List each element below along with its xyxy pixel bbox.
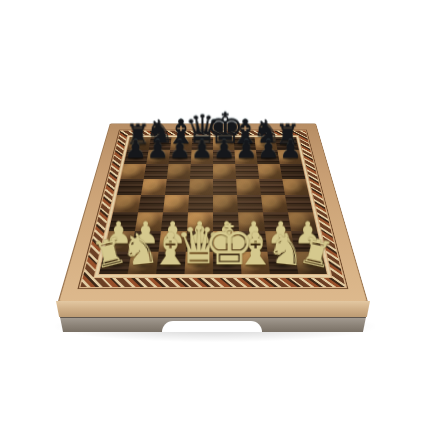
piece-white-bishop-f1: ♝ — [232, 227, 279, 272]
square-d6 — [190, 164, 213, 179]
piece-white-pawn-f2: ♟ — [231, 218, 276, 248]
piece-shadow — [269, 240, 290, 247]
square-b6 — [144, 164, 169, 179]
square-f6 — [235, 164, 259, 179]
piece-white-queen-d1: ♛ — [175, 220, 222, 272]
square-b8 — [149, 137, 172, 150]
piece-white-pawn-b2: ♟ — [123, 218, 168, 248]
square-c8 — [170, 137, 192, 150]
piece-white-rook-h1: ♜ — [289, 230, 343, 276]
piece-shadow — [244, 262, 266, 270]
perspective-wrapper: ♜♞♝♛♚♝♞♜♟♟♟♟♟♟♟♟♟♟♟♟♟♟♟♟♜♞♝♛♚♝♞♜ — [0, 0, 430, 430]
piece-white-pawn-c2: ♟ — [150, 218, 195, 248]
piece-shadow — [109, 240, 130, 247]
square-e8 — [213, 137, 234, 150]
square-f8 — [234, 137, 256, 150]
square-e6 — [213, 164, 236, 179]
chess-board: ♜♞♝♛♚♝♞♜♟♟♟♟♟♟♟♟♟♟♟♟♟♟♟♟♜♞♝♛♚♝♞♜ — [57, 123, 368, 303]
square-h6 — [280, 164, 306, 179]
piece-shadow — [272, 262, 294, 270]
piece-shadow — [216, 262, 237, 270]
piece-white-pawn-h2: ♟ — [285, 218, 330, 248]
box-lid-edge — [56, 301, 370, 317]
piece-white-pawn-d2: ♟ — [177, 218, 222, 248]
square-h7 — [277, 150, 302, 164]
square-d5 — [189, 179, 213, 195]
square-a8 — [127, 137, 151, 150]
chess-set-photo: ♜♞♝♛♚♝♞♜♟♟♟♟♟♟♟♟♟♟♟♟♟♟♟♟♜♞♝♛♚♝♞♜ — [0, 0, 430, 430]
piece-shadow — [243, 240, 264, 247]
piece-white-bishop-c1: ♝ — [147, 227, 194, 272]
square-g8 — [254, 137, 277, 150]
piece-white-knight-b1: ♞ — [114, 226, 165, 273]
square-e7 — [213, 150, 235, 164]
square-h5 — [282, 179, 309, 195]
piece-shadow — [300, 262, 322, 270]
square-a7 — [124, 150, 149, 164]
square-a6 — [121, 164, 147, 179]
piece-shadow — [162, 240, 183, 247]
square-d8 — [192, 137, 213, 150]
piece-white-rook-a1: ♜ — [82, 229, 137, 276]
square-g5 — [259, 179, 285, 195]
square-b7 — [146, 150, 170, 164]
square-g7 — [256, 150, 280, 164]
square-c6 — [167, 164, 191, 179]
piece-shadow — [132, 262, 154, 270]
piece-shadow — [136, 240, 157, 247]
piece-shadow — [188, 262, 209, 270]
square-a5 — [117, 179, 144, 195]
piece-shadow — [160, 262, 182, 270]
square-g6 — [258, 164, 283, 179]
square-e5 — [213, 179, 237, 195]
piece-shadow — [104, 262, 126, 270]
square-b5 — [141, 179, 167, 195]
square-c5 — [165, 179, 190, 195]
square-h8 — [275, 137, 299, 150]
piece-white-pawn-a2: ♟ — [96, 218, 141, 248]
piece-white-pawn-g2: ♟ — [258, 218, 303, 248]
piece-shadow — [189, 240, 209, 247]
square-f7 — [234, 150, 257, 164]
square-f5 — [236, 179, 261, 195]
square-c7 — [168, 150, 191, 164]
piece-white-knight-g1: ♞ — [260, 226, 311, 273]
piece-white-king-e1: ♚ — [204, 216, 251, 273]
piece-shadow — [216, 240, 236, 247]
piece-shadow — [296, 240, 317, 247]
piece-white-pawn-e2: ♟ — [204, 218, 249, 248]
square-d7 — [191, 150, 213, 164]
handle-notch — [162, 321, 262, 332]
